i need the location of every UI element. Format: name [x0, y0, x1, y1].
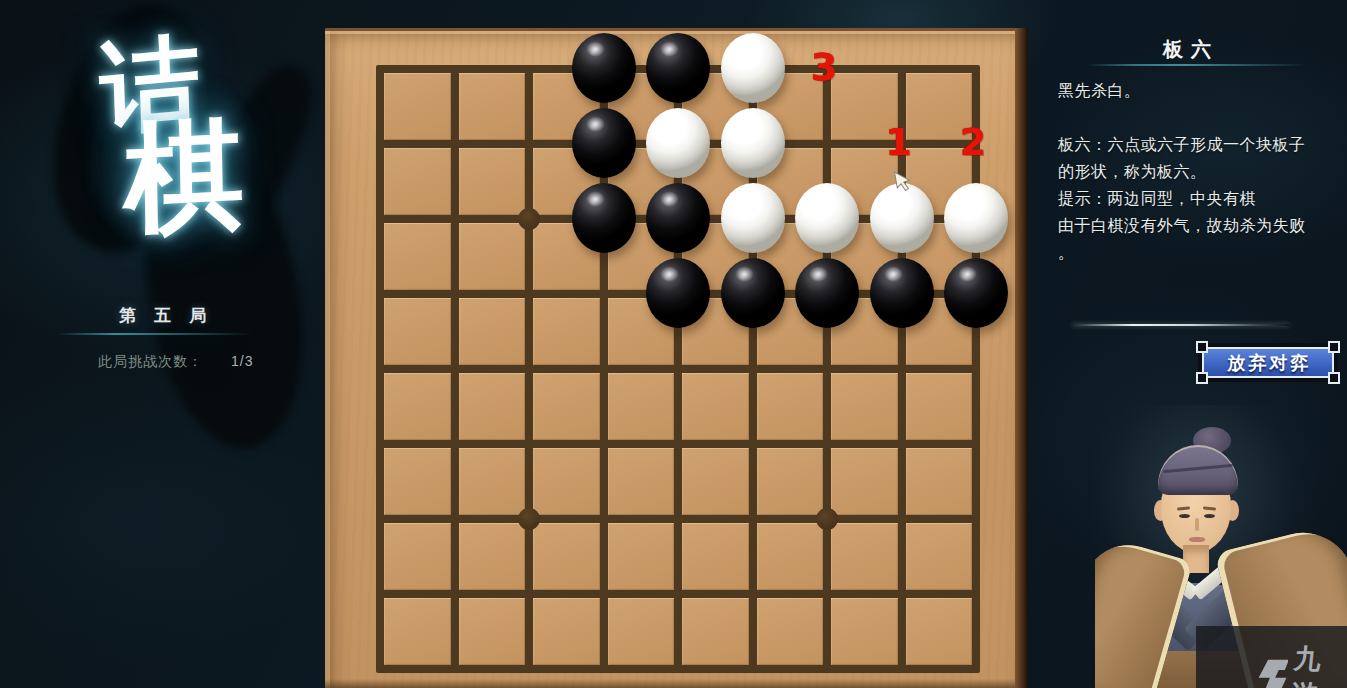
board-cell[interactable] [384, 523, 451, 590]
board-cell[interactable] [533, 223, 600, 290]
board-cell[interactable] [459, 148, 526, 215]
button-corner-ornament [1328, 372, 1340, 384]
board-cell[interactable] [533, 148, 600, 215]
board-cell[interactable] [608, 523, 675, 590]
button-corner-ornament [1196, 341, 1208, 353]
board-cell[interactable] [757, 523, 824, 590]
board-cell[interactable] [459, 298, 526, 365]
title-underline [1086, 64, 1307, 66]
round-label: 第五局 [0, 304, 325, 327]
board-cell[interactable] [906, 448, 973, 515]
puzzle-description-line: 由于白棋没有外气，故劫杀为失败 [1058, 212, 1333, 239]
board-cell[interactable] [906, 148, 973, 215]
puzzle-description-line [1058, 104, 1333, 131]
board-cell[interactable] [757, 73, 824, 140]
board-cell[interactable] [533, 373, 600, 440]
board-cell[interactable] [608, 373, 675, 440]
board-cell[interactable] [906, 73, 973, 140]
jiuyou-logo: 九游 [1257, 641, 1347, 688]
board-cell[interactable] [757, 223, 824, 290]
board-cell[interactable] [682, 523, 749, 590]
left-divider [57, 333, 253, 335]
board-cell[interactable] [906, 223, 973, 290]
game-screen: 诘 棋 第五局 此局挑战次数：1/3 123 板六 黑先杀白。 板六：六点或六子… [0, 0, 1347, 688]
right-sidebar: 板六 黑先杀白。 板六：六点或六子形成一个块板子的形状，称为板六。提示：两边同型… [1027, 0, 1347, 688]
board-cell[interactable] [459, 73, 526, 140]
board-cell[interactable] [459, 373, 526, 440]
board-cell[interactable] [533, 448, 600, 515]
board-cell[interactable] [831, 73, 898, 140]
board-cell[interactable] [459, 598, 526, 665]
board-cell[interactable] [608, 148, 675, 215]
board-cell[interactable] [608, 448, 675, 515]
board-cell[interactable] [682, 598, 749, 665]
board-cell[interactable] [831, 523, 898, 590]
board-cell[interactable] [384, 448, 451, 515]
left-sidebar: 诘 棋 第五局 此局挑战次数：1/3 [0, 0, 325, 688]
puzzle-description: 黑先杀白。 板六：六点或六子形成一个块板子的形状，称为板六。提示：两边同型，中央… [1058, 77, 1333, 266]
board-cell[interactable] [682, 448, 749, 515]
board-cell[interactable] [608, 598, 675, 665]
jiuyou-logo-text: 九游 [1288, 641, 1347, 688]
board-cell[interactable] [831, 598, 898, 665]
board-cell[interactable] [757, 598, 824, 665]
button-corner-ornament [1196, 372, 1208, 384]
board-cell[interactable] [384, 373, 451, 440]
board-cell[interactable] [682, 298, 749, 365]
board-cell[interactable] [906, 598, 973, 665]
board-cell[interactable] [906, 298, 973, 365]
attempts-row: 此局挑战次数：1/3 [98, 353, 253, 371]
board-cell[interactable] [533, 598, 600, 665]
board-cell[interactable] [682, 373, 749, 440]
attempts-label: 此局挑战次数： [98, 353, 203, 369]
board-cell[interactable] [831, 148, 898, 215]
board-cell[interactable] [608, 73, 675, 140]
game-title-calligraphy-char2: 棋 [123, 113, 245, 239]
board-cell[interactable] [831, 223, 898, 290]
board-cell[interactable] [831, 448, 898, 515]
attempts-value: 1/3 [231, 353, 253, 369]
puzzle-description-line: 板六：六点或六子形成一个块板子 [1058, 131, 1333, 158]
board-cell[interactable] [459, 448, 526, 515]
jiuyou-logo-icon [1257, 658, 1288, 688]
board-cell[interactable] [682, 73, 749, 140]
board-cell[interactable] [384, 298, 451, 365]
puzzle-title: 板六 [1027, 36, 1347, 63]
board-cell[interactable] [384, 598, 451, 665]
board-cell[interactable] [831, 298, 898, 365]
board-cell[interactable] [459, 223, 526, 290]
portrait-eye [1179, 514, 1190, 518]
give-up-button-frame: 放弃对弈 [1202, 347, 1334, 378]
go-board [325, 28, 1015, 688]
give-up-button-label: 放弃对弈 [1225, 351, 1312, 375]
board-cell[interactable] [757, 373, 824, 440]
puzzle-description-line: 。 [1058, 239, 1333, 266]
board-cell[interactable] [682, 148, 749, 215]
board-cell[interactable] [533, 73, 600, 140]
board-grid[interactable] [376, 65, 980, 673]
portrait-eye [1204, 514, 1215, 518]
portrait-nose [1195, 518, 1199, 531]
board-cell[interactable] [533, 523, 600, 590]
board-cell[interactable] [533, 298, 600, 365]
board-cell[interactable] [608, 223, 675, 290]
board-cell[interactable] [757, 298, 824, 365]
board-cell[interactable] [757, 148, 824, 215]
board-cell[interactable] [906, 373, 973, 440]
board-cell[interactable] [384, 223, 451, 290]
puzzle-description-line: 黑先杀白。 [1058, 77, 1333, 104]
board-cell[interactable] [459, 523, 526, 590]
board-cell[interactable] [682, 223, 749, 290]
board-cell[interactable] [384, 73, 451, 140]
panel-divider [1072, 324, 1290, 326]
board-cell[interactable] [608, 298, 675, 365]
puzzle-description-line: 提示：两边同型，中央有棋 [1058, 185, 1333, 212]
puzzle-description-line: 的形状，称为板六。 [1058, 158, 1333, 185]
board-cell[interactable] [384, 148, 451, 215]
button-corner-ornament [1328, 341, 1340, 353]
give-up-button[interactable]: 放弃对弈 [1198, 343, 1338, 382]
portrait-mouth [1189, 537, 1205, 542]
board-cell[interactable] [831, 373, 898, 440]
board-cell[interactable] [757, 448, 824, 515]
board-cell[interactable] [906, 523, 973, 590]
mouse-cursor [894, 170, 914, 194]
